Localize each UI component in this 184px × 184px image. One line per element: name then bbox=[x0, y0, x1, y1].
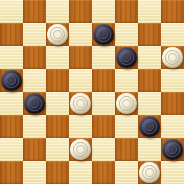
square-h7 bbox=[161, 23, 184, 46]
square-g3[interactable]: ⛂ bbox=[138, 115, 161, 138]
square-d1 bbox=[69, 161, 92, 184]
square-f4[interactable]: ⛀ bbox=[115, 92, 138, 115]
square-e5[interactable] bbox=[92, 69, 115, 92]
checkers-board: ⛀⛂⛂⛀⛂⛂⛀⛀⛂⛀⛂⛀ bbox=[0, 0, 184, 184]
square-a6 bbox=[0, 46, 23, 69]
square-b8[interactable] bbox=[23, 0, 46, 23]
square-f5 bbox=[115, 69, 138, 92]
white-man-h6[interactable]: ⛀ bbox=[162, 47, 183, 68]
square-g8 bbox=[138, 0, 161, 23]
square-f1 bbox=[115, 161, 138, 184]
square-a3[interactable] bbox=[0, 115, 23, 138]
square-b3 bbox=[23, 115, 46, 138]
square-a8 bbox=[0, 0, 23, 23]
square-b5 bbox=[23, 69, 46, 92]
black-man-b4[interactable]: ⛂ bbox=[24, 93, 45, 114]
square-e1[interactable] bbox=[92, 161, 115, 184]
square-b6[interactable] bbox=[23, 46, 46, 69]
square-d6[interactable] bbox=[69, 46, 92, 69]
square-g1[interactable]: ⛀ bbox=[138, 161, 161, 184]
square-f2[interactable] bbox=[115, 138, 138, 161]
square-e3[interactable] bbox=[92, 115, 115, 138]
square-h8[interactable] bbox=[161, 0, 184, 23]
square-f7 bbox=[115, 23, 138, 46]
square-d7 bbox=[69, 23, 92, 46]
square-b7 bbox=[23, 23, 46, 46]
square-h1 bbox=[161, 161, 184, 184]
square-h2[interactable]: ⛂ bbox=[161, 138, 184, 161]
square-e4 bbox=[92, 92, 115, 115]
square-h3 bbox=[161, 115, 184, 138]
square-a1[interactable] bbox=[0, 161, 23, 184]
square-e2 bbox=[92, 138, 115, 161]
square-d3 bbox=[69, 115, 92, 138]
white-man-d4[interactable]: ⛀ bbox=[70, 93, 91, 114]
square-h6[interactable]: ⛀ bbox=[161, 46, 184, 69]
black-man-f6[interactable]: ⛂ bbox=[116, 47, 137, 68]
white-man-g1[interactable]: ⛀ bbox=[139, 162, 160, 183]
square-c4 bbox=[46, 92, 69, 115]
square-e7[interactable]: ⛂ bbox=[92, 23, 115, 46]
square-a4 bbox=[0, 92, 23, 115]
square-d8[interactable] bbox=[69, 0, 92, 23]
square-e6 bbox=[92, 46, 115, 69]
white-man-f4[interactable]: ⛀ bbox=[116, 93, 137, 114]
square-g4 bbox=[138, 92, 161, 115]
square-g2 bbox=[138, 138, 161, 161]
square-a2 bbox=[0, 138, 23, 161]
square-e8 bbox=[92, 0, 115, 23]
square-a5[interactable]: ⛂ bbox=[0, 69, 23, 92]
square-d4[interactable]: ⛀ bbox=[69, 92, 92, 115]
square-c7[interactable]: ⛀ bbox=[46, 23, 69, 46]
square-b1 bbox=[23, 161, 46, 184]
square-c5[interactable] bbox=[46, 69, 69, 92]
square-f8[interactable] bbox=[115, 0, 138, 23]
square-d5 bbox=[69, 69, 92, 92]
square-b4[interactable]: ⛂ bbox=[23, 92, 46, 115]
white-man-d2[interactable]: ⛀ bbox=[70, 139, 91, 160]
square-g5[interactable] bbox=[138, 69, 161, 92]
white-man-c7[interactable]: ⛀ bbox=[47, 24, 68, 45]
square-c6 bbox=[46, 46, 69, 69]
square-f3 bbox=[115, 115, 138, 138]
square-a7[interactable] bbox=[0, 23, 23, 46]
square-c8 bbox=[46, 0, 69, 23]
black-man-e7[interactable]: ⛂ bbox=[93, 24, 114, 45]
square-g6 bbox=[138, 46, 161, 69]
square-f6[interactable]: ⛂ bbox=[115, 46, 138, 69]
square-d2[interactable]: ⛀ bbox=[69, 138, 92, 161]
square-h4[interactable] bbox=[161, 92, 184, 115]
square-g7[interactable] bbox=[138, 23, 161, 46]
square-h5 bbox=[161, 69, 184, 92]
square-c1[interactable] bbox=[46, 161, 69, 184]
black-man-a5[interactable]: ⛂ bbox=[1, 70, 22, 91]
square-c3[interactable] bbox=[46, 115, 69, 138]
square-c2 bbox=[46, 138, 69, 161]
black-man-h2[interactable]: ⛂ bbox=[162, 139, 183, 160]
black-man-g3[interactable]: ⛂ bbox=[139, 116, 160, 137]
square-b2[interactable] bbox=[23, 138, 46, 161]
